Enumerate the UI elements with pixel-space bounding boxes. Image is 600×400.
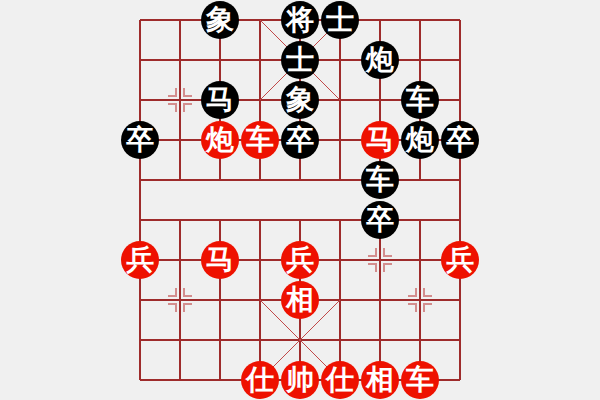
red-elephant[interactable]: 相 <box>281 281 319 319</box>
red-soldier[interactable]: 兵 <box>441 241 479 279</box>
red-elephant[interactable]: 相 <box>361 361 399 399</box>
pieces-layer: 象将士士炮马象车卒炮车卒马炮卒车卒兵马兵兵相仕帅仕相车 <box>0 0 600 400</box>
black-elephant[interactable]: 象 <box>201 1 239 39</box>
black-general[interactable]: 将 <box>281 1 319 39</box>
red-advisor[interactable]: 仕 <box>241 361 279 399</box>
red-advisor[interactable]: 仕 <box>321 361 359 399</box>
xiangqi-diagram: 象将士士炮马象车卒炮车卒马炮卒车卒兵马兵兵相仕帅仕相车 <box>0 0 600 400</box>
red-chariot[interactable]: 车 <box>401 361 439 399</box>
red-soldier[interactable]: 兵 <box>121 241 159 279</box>
black-advisor[interactable]: 士 <box>281 41 319 79</box>
red-chariot[interactable]: 车 <box>241 121 279 159</box>
red-horse[interactable]: 马 <box>201 241 239 279</box>
black-horse[interactable]: 马 <box>201 81 239 119</box>
black-soldier[interactable]: 卒 <box>281 121 319 159</box>
black-advisor[interactable]: 士 <box>321 1 359 39</box>
red-cannon[interactable]: 炮 <box>201 121 239 159</box>
red-soldier[interactable]: 兵 <box>281 241 319 279</box>
black-cannon[interactable]: 炮 <box>401 121 439 159</box>
black-chariot[interactable]: 车 <box>361 161 399 199</box>
black-cannon[interactable]: 炮 <box>361 41 399 79</box>
black-elephant[interactable]: 象 <box>281 81 319 119</box>
black-soldier[interactable]: 卒 <box>121 121 159 159</box>
black-soldier[interactable]: 卒 <box>441 121 479 159</box>
black-soldier[interactable]: 卒 <box>361 201 399 239</box>
black-chariot[interactable]: 车 <box>401 81 439 119</box>
red-horse[interactable]: 马 <box>361 121 399 159</box>
red-general[interactable]: 帅 <box>281 361 319 399</box>
